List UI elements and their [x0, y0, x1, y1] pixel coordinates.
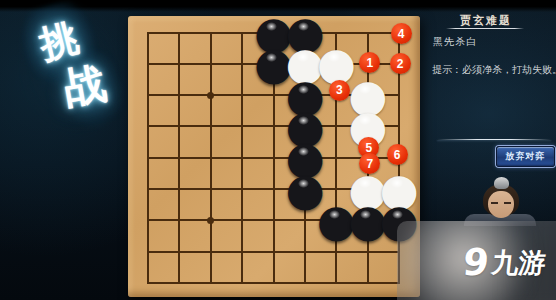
star-point [207, 217, 214, 224]
move-marker-2: 2 [390, 53, 411, 74]
star-point [207, 92, 214, 99]
portrait-topknot [494, 177, 509, 189]
grid-line-vertical [241, 32, 243, 284]
jiuyou-logo-mark: 9 [461, 243, 491, 283]
app-background: 挑 战 ●●●●●●●●●●●●●●●●1234567 贾玄难题 黑先杀白 提示… [0, 0, 556, 300]
move-marker-3: 3 [329, 80, 350, 101]
grid-line-vertical [178, 32, 180, 284]
go-board[interactable]: ●●●●●●●●●●●●●●●●1234567 [128, 16, 420, 297]
move-marker-4: 4 [391, 23, 412, 44]
jiuyou-logo-text: 九游 [490, 243, 548, 283]
portrait-left-eye [491, 202, 498, 204]
portrait-face [488, 191, 514, 218]
give-up-button[interactable]: 放弃对弈 [496, 146, 555, 167]
jiuyou-logo: 9 九游 [461, 243, 548, 283]
portrait-right-eye [504, 202, 511, 204]
challenge-calligraphy: 挑 战 [8, 0, 133, 160]
puzzle-hint: 提示：必须净杀，打劫失败。 [432, 63, 556, 77]
puzzle-title: 贾玄难题 [425, 13, 547, 28]
move-marker-6: 6 [387, 144, 408, 165]
black-stone: ● [290, 174, 321, 205]
puzzle-objective: 黑先杀白 [433, 35, 477, 49]
grid-line-vertical [210, 32, 212, 284]
title-underline [446, 28, 524, 29]
opponent-portrait [472, 177, 530, 223]
panel-divider [437, 139, 551, 140]
watermark-overlay: 9 九游 [397, 221, 556, 300]
grid-line-vertical [147, 32, 149, 284]
